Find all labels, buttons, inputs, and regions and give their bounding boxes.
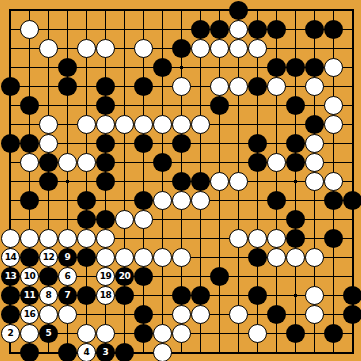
white-stone — [267, 248, 286, 267]
black-stone-move-20: 20 — [115, 267, 134, 286]
white-stone-move-18: 18 — [96, 286, 115, 305]
black-stone — [305, 58, 324, 77]
white-stone — [134, 248, 153, 267]
white-stone — [191, 39, 210, 58]
white-stone — [96, 39, 115, 58]
white-stone — [77, 115, 96, 134]
white-stone-move-14: 14 — [1, 248, 20, 267]
black-stone-move-3: 3 — [96, 343, 115, 361]
black-stone — [1, 305, 20, 324]
black-stone — [172, 134, 191, 153]
white-stone — [39, 134, 58, 153]
white-stone — [153, 324, 172, 343]
white-stone — [229, 20, 248, 39]
white-stone — [172, 324, 191, 343]
black-stone — [39, 172, 58, 191]
black-stone — [96, 172, 115, 191]
white-stone — [191, 191, 210, 210]
white-stone — [115, 115, 134, 134]
black-stone — [267, 58, 286, 77]
black-stone — [96, 134, 115, 153]
black-stone — [248, 286, 267, 305]
black-stone-move-13: 13 — [1, 267, 20, 286]
white-stone — [20, 324, 39, 343]
black-stone — [77, 286, 96, 305]
white-stone — [58, 229, 77, 248]
black-stone — [229, 1, 248, 20]
black-stone — [134, 324, 153, 343]
white-stone — [58, 305, 77, 324]
black-stone — [1, 77, 20, 96]
black-stone — [191, 20, 210, 39]
go-board[interactable]: 14129131061920118718162543 — [0, 0, 361, 361]
white-stone — [153, 191, 172, 210]
white-stone — [267, 77, 286, 96]
black-stone — [58, 58, 77, 77]
white-stone — [134, 210, 153, 229]
black-stone — [286, 153, 305, 172]
black-stone — [96, 153, 115, 172]
white-stone — [58, 153, 77, 172]
white-stone-move-16: 16 — [20, 305, 39, 324]
white-stone — [248, 39, 267, 58]
black-stone — [286, 58, 305, 77]
black-stone — [172, 286, 191, 305]
white-stone — [20, 229, 39, 248]
black-stone — [20, 343, 39, 361]
black-stone — [153, 58, 172, 77]
white-stone — [305, 153, 324, 172]
black-stone — [324, 20, 343, 39]
white-stone — [324, 96, 343, 115]
white-stone — [324, 172, 343, 191]
white-stone — [324, 115, 343, 134]
black-stone — [267, 191, 286, 210]
black-stone — [20, 191, 39, 210]
black-stone — [305, 20, 324, 39]
black-stone — [286, 96, 305, 115]
black-stone — [39, 153, 58, 172]
white-stone — [229, 77, 248, 96]
black-stone — [324, 324, 343, 343]
black-stone — [1, 134, 20, 153]
white-stone — [39, 229, 58, 248]
black-stone — [286, 210, 305, 229]
black-stone-move-5: 5 — [39, 324, 58, 343]
white-stone — [172, 77, 191, 96]
star-point — [294, 294, 297, 297]
white-stone — [324, 58, 343, 77]
black-stone — [115, 343, 134, 361]
black-stone — [58, 77, 77, 96]
white-stone — [305, 77, 324, 96]
white-stone — [1, 229, 20, 248]
star-point — [294, 180, 297, 183]
white-stone — [77, 153, 96, 172]
white-stone-move-2: 2 — [1, 324, 20, 343]
black-stone — [77, 248, 96, 267]
white-stone — [305, 248, 324, 267]
black-stone — [134, 267, 153, 286]
white-stone — [172, 115, 191, 134]
white-stone — [96, 229, 115, 248]
white-stone — [267, 153, 286, 172]
white-stone — [210, 77, 229, 96]
black-stone — [134, 134, 153, 153]
white-stone-move-12: 12 — [39, 248, 58, 267]
black-stone — [248, 20, 267, 39]
black-stone — [248, 248, 267, 267]
white-stone — [191, 115, 210, 134]
white-stone — [229, 39, 248, 58]
white-stone — [20, 153, 39, 172]
white-stone — [172, 305, 191, 324]
black-stone-move-9: 9 — [58, 248, 77, 267]
white-stone — [229, 229, 248, 248]
white-stone-move-4: 4 — [77, 343, 96, 361]
black-stone — [172, 172, 191, 191]
black-stone — [96, 96, 115, 115]
white-stone-move-10: 10 — [20, 267, 39, 286]
white-stone — [96, 115, 115, 134]
black-stone — [96, 210, 115, 229]
white-stone — [39, 115, 58, 134]
white-stone — [305, 286, 324, 305]
white-stone — [96, 324, 115, 343]
black-stone — [115, 286, 134, 305]
black-stone — [77, 210, 96, 229]
black-stone — [324, 229, 343, 248]
white-stone-move-8: 8 — [39, 286, 58, 305]
black-stone — [210, 267, 229, 286]
white-stone — [248, 324, 267, 343]
white-stone — [267, 229, 286, 248]
white-stone — [305, 134, 324, 153]
white-stone — [77, 39, 96, 58]
white-stone — [210, 39, 229, 58]
white-stone — [172, 191, 191, 210]
black-stone — [343, 305, 361, 324]
white-stone — [153, 115, 172, 134]
black-stone — [324, 191, 343, 210]
white-stone — [229, 305, 248, 324]
black-stone — [343, 191, 361, 210]
white-stone — [77, 229, 96, 248]
white-stone — [20, 20, 39, 39]
white-stone — [115, 210, 134, 229]
black-stone — [172, 39, 191, 58]
black-stone — [210, 20, 229, 39]
white-stone — [115, 248, 134, 267]
black-stone — [248, 153, 267, 172]
black-stone — [286, 134, 305, 153]
white-stone-move-6: 6 — [58, 267, 77, 286]
white-stone — [229, 172, 248, 191]
black-stone — [191, 172, 210, 191]
black-stone — [20, 248, 39, 267]
black-stone — [267, 305, 286, 324]
black-stone — [248, 77, 267, 96]
white-stone — [191, 305, 210, 324]
white-stone — [96, 248, 115, 267]
black-stone — [248, 134, 267, 153]
black-stone — [134, 305, 153, 324]
black-stone-move-11: 11 — [20, 286, 39, 305]
black-stone — [58, 343, 77, 361]
white-stone — [172, 248, 191, 267]
white-stone-move-19: 19 — [96, 267, 115, 286]
black-stone — [96, 77, 115, 96]
white-stone — [134, 39, 153, 58]
white-stone — [39, 39, 58, 58]
white-stone — [153, 248, 172, 267]
black-stone — [77, 191, 96, 210]
black-stone — [286, 324, 305, 343]
white-stone — [286, 248, 305, 267]
black-stone — [134, 77, 153, 96]
white-stone — [134, 115, 153, 134]
black-stone — [153, 153, 172, 172]
black-stone — [210, 96, 229, 115]
black-stone — [1, 286, 20, 305]
white-stone — [153, 343, 172, 361]
black-stone — [267, 20, 286, 39]
star-point — [180, 66, 183, 69]
white-stone — [248, 229, 267, 248]
white-stone — [77, 324, 96, 343]
black-stone — [20, 96, 39, 115]
black-stone-move-7: 7 — [58, 286, 77, 305]
black-stone — [20, 134, 39, 153]
black-stone — [134, 191, 153, 210]
black-stone — [39, 267, 58, 286]
black-stone — [305, 115, 324, 134]
star-point — [66, 180, 69, 183]
black-stone — [191, 286, 210, 305]
black-stone — [286, 229, 305, 248]
white-stone — [39, 305, 58, 324]
black-stone — [343, 286, 361, 305]
white-stone — [305, 305, 324, 324]
white-stone — [305, 172, 324, 191]
white-stone — [210, 172, 229, 191]
